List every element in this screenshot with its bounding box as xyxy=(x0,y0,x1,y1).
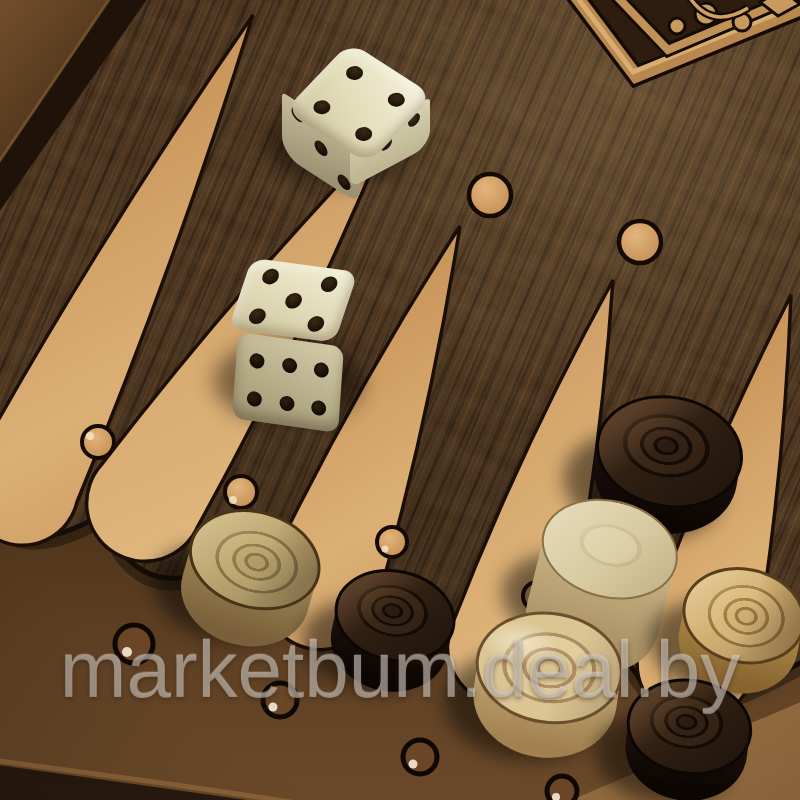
backgammon-photo-scene: marketbum.deal.by xyxy=(0,0,800,800)
die-2-front-face xyxy=(232,332,344,433)
die-2[interactable] xyxy=(230,248,390,423)
die-1[interactable] xyxy=(276,34,436,209)
die-2-top-face xyxy=(228,258,358,342)
watermark: marketbum.deal.by xyxy=(0,630,800,710)
